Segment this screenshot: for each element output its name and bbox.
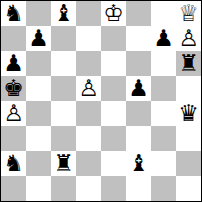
square-f6[interactable] [126,51,151,76]
square-a3[interactable] [1,126,26,151]
piece-black-pawn: ♟ [153,26,174,51]
piece-black-knight: ♞ [3,151,24,176]
piece-black-pawn: ♟ [3,51,24,76]
square-h8[interactable]: ♕ [176,1,201,26]
square-a1[interactable] [1,176,26,201]
square-f7[interactable] [126,26,151,51]
square-f4[interactable] [126,101,151,126]
piece-white-pawn: ♙ [78,76,99,101]
square-e8[interactable]: ♔ [101,1,126,26]
square-e4[interactable] [101,101,126,126]
square-g8[interactable] [151,1,176,26]
square-h5[interactable] [176,76,201,101]
square-f2[interactable]: ♝ [126,151,151,176]
square-e1[interactable] [101,176,126,201]
square-d2[interactable] [76,151,101,176]
piece-black-bishop: ♝ [128,151,149,176]
chess-board: ♞♝♔♕♟♟♙♟♜♚♙♟♙♛♞♜♝ [0,0,202,202]
square-h2[interactable] [176,151,201,176]
square-g5[interactable] [151,76,176,101]
square-h7[interactable]: ♙ [176,26,201,51]
piece-black-queen: ♛ [178,101,199,126]
square-e2[interactable] [101,151,126,176]
piece-black-king: ♚ [3,76,24,101]
square-a5[interactable]: ♚ [1,76,26,101]
square-e5[interactable] [101,76,126,101]
square-f5[interactable]: ♟ [126,76,151,101]
square-a7[interactable] [1,26,26,51]
square-e3[interactable] [101,126,126,151]
square-c2[interactable]: ♜ [51,151,76,176]
piece-black-knight: ♞ [3,1,24,26]
piece-black-rook: ♜ [178,51,199,76]
piece-white-queen: ♕ [178,1,199,26]
square-h3[interactable] [176,126,201,151]
square-h6[interactable]: ♜ [176,51,201,76]
square-a2[interactable]: ♞ [1,151,26,176]
square-a4[interactable]: ♙ [1,101,26,126]
square-c8[interactable]: ♝ [51,1,76,26]
piece-black-pawn: ♟ [128,76,149,101]
square-g7[interactable]: ♟ [151,26,176,51]
square-f3[interactable] [126,126,151,151]
square-b3[interactable] [26,126,51,151]
square-h4[interactable]: ♛ [176,101,201,126]
piece-black-rook: ♜ [53,151,74,176]
square-d5[interactable]: ♙ [76,76,101,101]
square-d3[interactable] [76,126,101,151]
square-f1[interactable] [126,176,151,201]
piece-white-pawn: ♙ [3,101,24,126]
square-e6[interactable] [101,51,126,76]
square-c7[interactable] [51,26,76,51]
square-c1[interactable] [51,176,76,201]
square-b2[interactable] [26,151,51,176]
square-h1[interactable] [176,176,201,201]
piece-white-king: ♔ [103,1,124,26]
square-f8[interactable] [126,1,151,26]
square-d1[interactable] [76,176,101,201]
square-b1[interactable] [26,176,51,201]
square-c5[interactable] [51,76,76,101]
square-d8[interactable] [76,1,101,26]
square-g2[interactable] [151,151,176,176]
square-c4[interactable] [51,101,76,126]
square-a6[interactable]: ♟ [1,51,26,76]
square-b7[interactable]: ♟ [26,26,51,51]
piece-black-bishop: ♝ [53,1,74,26]
square-b4[interactable] [26,101,51,126]
square-c6[interactable] [51,51,76,76]
piece-black-pawn: ♟ [28,26,49,51]
square-a8[interactable]: ♞ [1,1,26,26]
square-b6[interactable] [26,51,51,76]
square-b5[interactable] [26,76,51,101]
piece-white-pawn: ♙ [178,26,199,51]
square-g6[interactable] [151,51,176,76]
square-d7[interactable] [76,26,101,51]
square-g3[interactable] [151,126,176,151]
square-b8[interactable] [26,1,51,26]
square-g4[interactable] [151,101,176,126]
square-d6[interactable] [76,51,101,76]
square-c3[interactable] [51,126,76,151]
square-g1[interactable] [151,176,176,201]
square-d4[interactable] [76,101,101,126]
square-e7[interactable] [101,26,126,51]
